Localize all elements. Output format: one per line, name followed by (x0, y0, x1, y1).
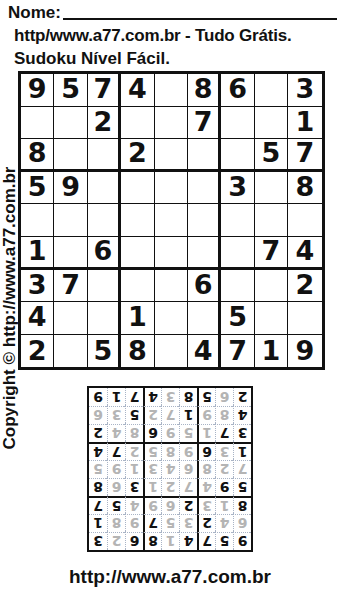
puzzle-cell: 5 (221, 302, 254, 335)
puzzle-cell[interactable] (121, 237, 154, 270)
name-row: Nome: (8, 3, 337, 23)
solution-cell: 3 (89, 532, 107, 550)
solution-cell: 6 (161, 496, 179, 514)
solution-cell: 4 (161, 460, 179, 478)
puzzle-cell[interactable] (88, 204, 121, 237)
solution-cell: 1 (89, 514, 107, 532)
puzzle-cell: 7 (255, 237, 288, 270)
puzzle-cell: 6 (221, 74, 254, 107)
puzzle-cell: 8 (188, 74, 221, 107)
solution-cell: 9 (125, 514, 143, 532)
puzzle-cell: 2 (121, 139, 154, 172)
puzzle-cell[interactable] (188, 302, 221, 335)
puzzle-cell[interactable] (121, 172, 154, 205)
solution-cell: 4 (125, 496, 143, 514)
puzzle-cell[interactable] (221, 107, 254, 140)
solution-cell: 3 (179, 514, 197, 532)
puzzle-cell[interactable] (121, 107, 154, 140)
puzzle-cell: 2 (288, 270, 321, 303)
solution-cell: 1 (161, 532, 179, 550)
puzzle-cell: 9 (54, 172, 87, 205)
puzzle-cell[interactable] (88, 270, 121, 303)
name-label: Nome: (8, 3, 61, 23)
puzzle-cell[interactable] (255, 270, 288, 303)
puzzle-cell[interactable] (255, 172, 288, 205)
solution-cell: 9 (107, 460, 125, 478)
puzzle-cell[interactable] (155, 270, 188, 303)
solution-cell: 7 (143, 514, 161, 532)
puzzle-cell[interactable] (21, 204, 54, 237)
main-grid: 957486327182575938167437624152584719 (18, 71, 325, 370)
solution-cell: 5 (161, 514, 179, 532)
solution-cell: 8 (125, 424, 143, 442)
solution-cell: 1 (107, 388, 125, 406)
solution-cell: 6 (233, 514, 251, 532)
puzzle-cell[interactable] (255, 74, 288, 107)
solution-cell: 7 (197, 532, 215, 550)
puzzle-cell[interactable] (54, 302, 87, 335)
puzzle-cell: 3 (21, 270, 54, 303)
solution-cell: 3 (215, 442, 233, 460)
solution-cell: 3 (197, 496, 215, 514)
solution-cell: 5 (215, 532, 233, 550)
solution-cell: 8 (179, 388, 197, 406)
solution-cell: 2 (89, 424, 107, 442)
puzzle-cell: 9 (21, 74, 54, 107)
puzzle-cell[interactable] (221, 270, 254, 303)
puzzle-cell: 6 (88, 237, 121, 270)
solution-cell: 4 (233, 406, 251, 424)
solution-cell: 7 (89, 496, 107, 514)
solution-cell: 2 (107, 532, 125, 550)
puzzle-cell[interactable] (155, 172, 188, 205)
puzzle-cell: 7 (288, 139, 321, 172)
puzzle-cell[interactable] (188, 139, 221, 172)
copyright-text: Copyright © http://www.a77.com.br (0, 167, 20, 450)
puzzle-cell: 4 (121, 74, 154, 107)
solution-cell: 3 (107, 406, 125, 424)
puzzle-cell[interactable] (288, 204, 321, 237)
solution-cell: 5 (125, 406, 143, 424)
puzzle-cell: 4 (21, 302, 54, 335)
puzzle-cell: 4 (188, 335, 221, 368)
puzzle-cell: 2 (88, 107, 121, 140)
puzzle-cell: 5 (54, 74, 87, 107)
solution-cell: 5 (143, 442, 161, 460)
solution-cell: 9 (89, 388, 107, 406)
page-title: Sudoku Nível Fácil. (14, 49, 170, 69)
puzzle-cell: 7 (88, 74, 121, 107)
solution-cell: 7 (179, 478, 197, 496)
puzzle-cell: 7 (54, 270, 87, 303)
puzzle-cell: 9 (288, 335, 321, 368)
puzzle-cell[interactable] (188, 204, 221, 237)
puzzle-cell[interactable] (121, 204, 154, 237)
solution-cell: 8 (215, 406, 233, 424)
solution-cell: 9 (197, 406, 215, 424)
solution-cell: 9 (143, 496, 161, 514)
solution-cell: 5 (107, 496, 125, 514)
solution-cell: 4 (197, 478, 215, 496)
solution-cell: 7 (125, 388, 143, 406)
solution-cell: 1 (233, 442, 251, 460)
solution-cell: 9 (161, 424, 179, 442)
solution-cell: 6 (197, 442, 215, 460)
solution-cell: 3 (143, 460, 161, 478)
puzzle-cell: 1 (255, 335, 288, 368)
puzzle-cell[interactable] (155, 74, 188, 107)
solution-cell: 5 (179, 424, 197, 442)
solution-cell: 3 (125, 478, 143, 496)
puzzle-cell[interactable] (288, 302, 321, 335)
puzzle-cell[interactable] (54, 237, 87, 270)
solution-cell: 9 (215, 478, 233, 496)
solution-cell: 1 (179, 406, 197, 424)
puzzle-cell[interactable] (255, 302, 288, 335)
puzzle-cell: 8 (288, 172, 321, 205)
puzzle-cell[interactable] (155, 335, 188, 368)
solution-cell: 7 (215, 424, 233, 442)
solution-cell: 6 (107, 478, 125, 496)
solution-cell: 2 (143, 406, 161, 424)
puzzle-cell[interactable] (54, 139, 87, 172)
puzzle-cell: 3 (288, 74, 321, 107)
solution-cell: 8 (143, 532, 161, 550)
puzzle-cell: 2 (21, 335, 54, 368)
solution-cell: 4 (215, 514, 233, 532)
puzzle-cell[interactable] (88, 172, 121, 205)
solution-grid: 9574186236423579818132694575947213687286… (87, 386, 253, 552)
solution-cell: 2 (233, 388, 251, 406)
solution-cell: 4 (179, 532, 197, 550)
footer-url: http://www.a77.com.br (0, 566, 340, 588)
solution-cell: 2 (125, 442, 143, 460)
solution-cell: 6 (179, 460, 197, 478)
solution-cell: 2 (197, 514, 215, 532)
puzzle-cell: 8 (21, 139, 54, 172)
page: Nome: http/www.a77.com.br - Tudo Grátis.… (0, 0, 340, 596)
puzzle-cell: 5 (21, 172, 54, 205)
puzzle-cell[interactable] (221, 204, 254, 237)
solution-cell: 6 (125, 532, 143, 550)
name-input-line[interactable] (63, 3, 337, 20)
solution-cell: 7 (233, 460, 251, 478)
puzzle-cell: 7 (221, 335, 254, 368)
puzzle-cell[interactable] (221, 237, 254, 270)
solution-cell: 8 (161, 442, 179, 460)
puzzle-cell: 5 (255, 139, 288, 172)
solution-cell: 1 (197, 424, 215, 442)
solution-cell: 5 (89, 460, 107, 478)
solution-cell: 4 (89, 442, 107, 460)
solution-cell: 6 (143, 424, 161, 442)
solution-cell: 4 (143, 388, 161, 406)
puzzle-cell: 6 (188, 270, 221, 303)
solution-cell: 3 (233, 424, 251, 442)
puzzle-cell: 8 (121, 335, 154, 368)
puzzle-cell[interactable] (188, 172, 221, 205)
puzzle-cell[interactable] (88, 302, 121, 335)
puzzle-cell[interactable] (255, 204, 288, 237)
site-line: http/www.a77.com.br - Tudo Grátis. (14, 26, 292, 46)
puzzle-cell: 1 (288, 107, 321, 140)
puzzle-cell[interactable] (155, 204, 188, 237)
puzzle-cell: 1 (121, 302, 154, 335)
solution-cell: 2 (161, 478, 179, 496)
puzzle-cell[interactable] (21, 107, 54, 140)
puzzle-cell: 1 (21, 237, 54, 270)
solution-cell: 2 (215, 460, 233, 478)
solution-cell: 5 (197, 388, 215, 406)
solution-cell: 5 (233, 478, 251, 496)
puzzle-cell[interactable] (155, 107, 188, 140)
solution-cell: 1 (143, 478, 161, 496)
puzzle-cell[interactable] (88, 139, 121, 172)
puzzle-cell: 4 (288, 237, 321, 270)
puzzle-cell[interactable] (121, 270, 154, 303)
puzzle-cell[interactable] (155, 302, 188, 335)
solution-cell: 9 (179, 442, 197, 460)
puzzle-cell[interactable] (188, 237, 221, 270)
solution-cell: 8 (197, 460, 215, 478)
solution-cell: 1 (215, 496, 233, 514)
solution-cell: 9 (233, 532, 251, 550)
solution-cell: 4 (107, 424, 125, 442)
puzzle-cell[interactable] (255, 107, 288, 140)
solution-cell: 6 (215, 388, 233, 406)
solution-cell: 2 (179, 496, 197, 514)
puzzle-cell[interactable] (155, 139, 188, 172)
solution-cell: 1 (125, 460, 143, 478)
solution-cell: 7 (107, 442, 125, 460)
puzzle-cell[interactable] (221, 139, 254, 172)
solution-cell: 8 (89, 478, 107, 496)
puzzle-cell: 7 (188, 107, 221, 140)
puzzle-cell[interactable] (155, 237, 188, 270)
solution-cell: 8 (107, 514, 125, 532)
puzzle-cell[interactable] (54, 335, 87, 368)
solution-cell: 8 (233, 496, 251, 514)
solution-cell: 6 (89, 406, 107, 424)
puzzle-cell[interactable] (54, 204, 87, 237)
puzzle-cell[interactable] (54, 107, 87, 140)
puzzle-cell: 5 (88, 335, 121, 368)
solution-cell: 7 (161, 406, 179, 424)
solution-cell: 3 (161, 388, 179, 406)
puzzle-cell: 3 (221, 172, 254, 205)
